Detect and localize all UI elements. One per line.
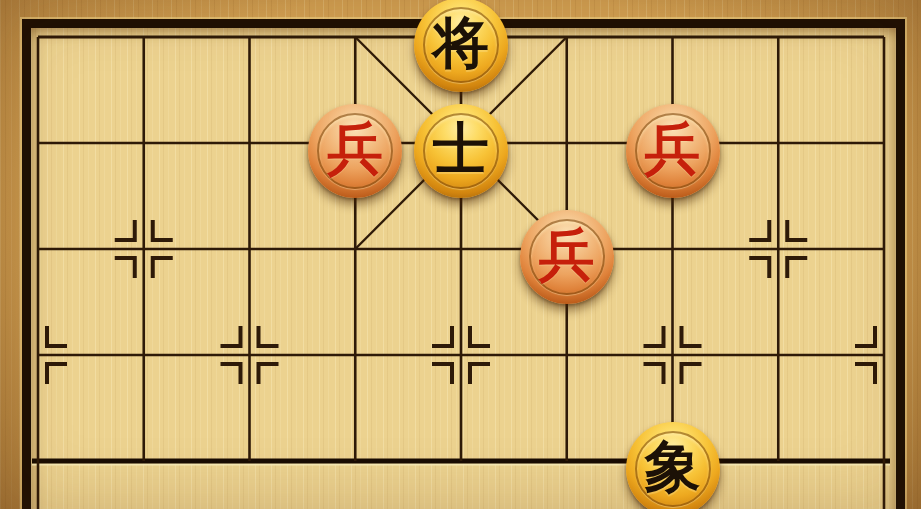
xiangqi-screenshot: 将兵士兵兵象 <box>0 0 921 509</box>
piece-black-elephant[interactable]: 象 <box>626 422 720 509</box>
piece-character: 兵 <box>327 121 383 177</box>
piece-character: 士 <box>433 121 489 177</box>
piece-character: 将 <box>433 15 489 71</box>
piece-black-general[interactable]: 将 <box>414 0 508 92</box>
piece-red-soldier-b[interactable]: 兵 <box>626 104 720 198</box>
piece-character: 兵 <box>645 121 701 177</box>
piece-black-advisor[interactable]: 士 <box>414 104 508 198</box>
piece-red-soldier-c[interactable]: 兵 <box>520 210 614 304</box>
xiangqi-board[interactable] <box>22 19 905 509</box>
piece-red-soldier-a[interactable]: 兵 <box>308 104 402 198</box>
piece-character: 兵 <box>539 227 595 283</box>
piece-character: 象 <box>645 439 701 495</box>
